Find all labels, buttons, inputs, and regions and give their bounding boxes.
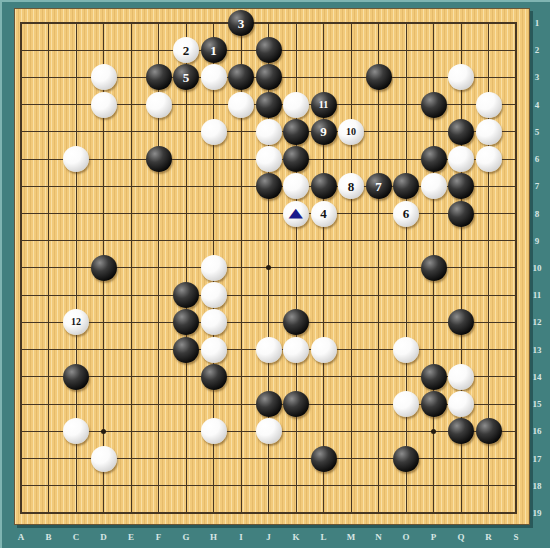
row-label-19: 19 (533, 508, 542, 518)
row-label-6: 6 (535, 154, 540, 164)
column-label-P: P (431, 532, 437, 542)
row-label-1: 1 (535, 18, 540, 28)
go-diagram: ABCDEFGHIJKLMNOPQRS123456789101112131415… (0, 0, 550, 548)
column-label-Q: Q (457, 532, 464, 542)
row-label-17: 17 (533, 454, 542, 464)
row-label-3: 3 (535, 72, 540, 82)
row-label-7: 7 (535, 181, 540, 191)
row-label-9: 9 (535, 236, 540, 246)
row-label-15: 15 (533, 399, 542, 409)
column-label-R: R (485, 532, 492, 542)
column-label-D: D (100, 532, 107, 542)
row-label-5: 5 (535, 127, 540, 137)
column-label-L: L (320, 532, 326, 542)
column-label-H: H (210, 532, 217, 542)
column-label-M: M (347, 532, 356, 542)
column-label-S: S (513, 532, 518, 542)
frame-bevel-top (0, 0, 550, 2)
row-label-11: 11 (533, 290, 542, 300)
row-label-14: 14 (533, 372, 542, 382)
row-label-2: 2 (535, 45, 540, 55)
row-label-18: 18 (533, 481, 542, 491)
column-label-K: K (292, 532, 299, 542)
column-label-C: C (73, 532, 80, 542)
frame-bevel-left (0, 0, 2, 548)
row-label-13: 13 (533, 345, 542, 355)
column-label-F: F (156, 532, 162, 542)
column-label-N: N (375, 532, 382, 542)
column-label-J: J (266, 532, 271, 542)
column-label-E: E (128, 532, 134, 542)
go-board[interactable] (14, 8, 530, 525)
row-label-10: 10 (533, 263, 542, 273)
row-label-8: 8 (535, 209, 540, 219)
column-label-G: G (182, 532, 189, 542)
column-label-I: I (239, 532, 243, 542)
row-label-16: 16 (533, 426, 542, 436)
column-label-B: B (45, 532, 51, 542)
column-label-O: O (402, 532, 409, 542)
row-label-4: 4 (535, 100, 540, 110)
row-label-12: 12 (533, 317, 542, 327)
column-label-A: A (18, 532, 25, 542)
